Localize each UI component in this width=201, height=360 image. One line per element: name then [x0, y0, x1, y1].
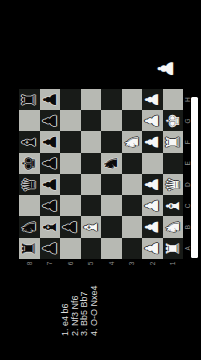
captured-pieces-tray: ♟	[156, 59, 177, 78]
white-pawn: ♟	[143, 134, 161, 150]
white-pawn: ♟	[143, 219, 161, 235]
black-rook: ♜	[20, 92, 38, 108]
square-c7[interactable]: ♟	[40, 195, 61, 216]
square-f6[interactable]	[60, 132, 81, 153]
square-e2[interactable]	[142, 153, 163, 174]
square-g4[interactable]	[101, 110, 122, 131]
square-a3[interactable]	[122, 238, 143, 259]
rank-labels: 87654321	[19, 259, 183, 268]
black-rook: ♜	[20, 240, 38, 256]
square-b6[interactable]: ♟	[60, 217, 81, 238]
square-c8[interactable]	[19, 195, 40, 216]
square-h1[interactable]	[163, 89, 184, 110]
square-a6[interactable]	[60, 238, 81, 259]
square-e8[interactable]: ♚	[19, 153, 40, 174]
black-pawn: ♟	[61, 219, 79, 235]
black-pawn: ♟	[41, 240, 59, 256]
white-pawn: ♟	[143, 177, 161, 193]
square-f1[interactable]: ♜	[163, 132, 184, 153]
square-b4[interactable]	[101, 217, 122, 238]
square-a8[interactable]: ♜	[19, 238, 40, 259]
white-knight: ♞	[164, 219, 182, 235]
square-g7[interactable]: ♟	[40, 110, 61, 131]
square-g8[interactable]	[19, 110, 40, 131]
black-pawn: ♟	[41, 113, 59, 129]
square-a1[interactable]: ♜	[163, 238, 184, 259]
black-king: ♚	[20, 155, 38, 171]
square-a4[interactable]	[101, 238, 122, 259]
rank-label-7: 7	[40, 259, 61, 268]
square-b7[interactable]: ♝	[40, 217, 61, 238]
black-queen: ♛	[20, 177, 38, 193]
rank-label-2: 2	[142, 259, 163, 268]
square-e4[interactable]: ♞	[101, 153, 122, 174]
black-pawn: ♟	[41, 134, 59, 150]
square-c5[interactable]	[81, 195, 102, 216]
square-c4[interactable]	[101, 195, 122, 216]
square-f3[interactable]: ♞	[122, 132, 143, 153]
square-c1[interactable]: ♝	[163, 195, 184, 216]
square-d1[interactable]: ♛	[163, 174, 184, 195]
square-a7[interactable]: ♟	[40, 238, 61, 259]
black-pawn: ♟	[41, 92, 59, 108]
square-f4[interactable]	[101, 132, 122, 153]
square-b5[interactable]: ♝	[81, 217, 102, 238]
square-b2[interactable]: ♟	[142, 217, 163, 238]
black-bishop: ♝	[20, 134, 38, 150]
square-a5[interactable]	[81, 238, 102, 259]
square-c3[interactable]	[122, 195, 143, 216]
square-e7[interactable]: ♟	[40, 153, 61, 174]
rank-label-1: 1	[163, 259, 184, 268]
square-e3[interactable]	[122, 153, 143, 174]
square-d4[interactable]	[101, 174, 122, 195]
square-g6[interactable]	[60, 110, 81, 131]
black-pawn: ♟	[41, 155, 59, 171]
square-h4[interactable]	[101, 89, 122, 110]
square-d2[interactable]: ♟	[142, 174, 163, 195]
square-e5[interactable]	[81, 153, 102, 174]
captured-white-pawn: ♟	[156, 59, 177, 78]
square-a2[interactable]: ♟	[142, 238, 163, 259]
square-h7[interactable]: ♟	[40, 89, 61, 110]
rank-label-6: 6	[60, 259, 81, 268]
square-c6[interactable]	[60, 195, 81, 216]
square-g5[interactable]	[81, 110, 102, 131]
white-pawn: ♟	[143, 198, 161, 214]
white-pawn: ♟	[143, 92, 161, 108]
black-knight: ♞	[20, 219, 38, 235]
white-queen: ♛	[164, 177, 182, 193]
square-d5[interactable]	[81, 174, 102, 195]
white-pawn: ♟	[143, 113, 161, 129]
white-rook: ♜	[164, 134, 182, 150]
square-d3[interactable]	[122, 174, 143, 195]
move-list: 1. e4 b62. Nf3 Nf63. Bb5 Bb74. O-O Nxe4	[61, 285, 99, 336]
black-knight: ♞	[102, 155, 120, 171]
white-knight: ♞	[123, 134, 141, 150]
move-list-line[interactable]: 4. O-O Nxe4	[90, 285, 100, 336]
black-pawn: ♟	[41, 198, 59, 214]
square-g2[interactable]: ♟	[142, 110, 163, 131]
rank-label-5: 5	[81, 259, 102, 268]
square-h2[interactable]: ♟	[142, 89, 163, 110]
rank-label-4: 4	[101, 259, 122, 268]
square-g3[interactable]	[122, 110, 143, 131]
square-c2[interactable]: ♟	[142, 195, 163, 216]
square-f7[interactable]: ♟	[40, 132, 61, 153]
rank-label-3: 3	[122, 259, 143, 268]
square-h6[interactable]	[60, 89, 81, 110]
board: ♜♞♛♚♝♜♟♝♟♟♟♟♟♟♟♝♞♞♟♟♟♟♟♟♟♜♞♝♛♜♚	[19, 89, 183, 259]
square-e1[interactable]	[163, 153, 184, 174]
white-bishop: ♝	[82, 219, 100, 235]
square-h8[interactable]: ♜	[19, 89, 40, 110]
square-d6[interactable]	[60, 174, 81, 195]
square-h5[interactable]	[81, 89, 102, 110]
square-g1[interactable]: ♚	[163, 110, 184, 131]
square-d7[interactable]: ♟	[40, 174, 61, 195]
black-bishop: ♝	[41, 219, 59, 235]
scrollbar[interactable]	[191, 97, 198, 258]
square-f8[interactable]: ♝	[19, 132, 40, 153]
square-b3[interactable]	[122, 217, 143, 238]
square-b1[interactable]: ♞	[163, 217, 184, 238]
app-stage: 1. e4 b62. Nf3 Nf63. Bb5 Bb74. O-O Nxe4 …	[0, 0, 201, 360]
black-pawn: ♟	[41, 177, 59, 193]
white-king: ♚	[164, 113, 182, 129]
white-rook: ♜	[164, 240, 182, 256]
square-b8[interactable]: ♞	[19, 217, 40, 238]
rank-label-8: 8	[19, 259, 40, 268]
square-d8[interactable]: ♛	[19, 174, 40, 195]
square-f2[interactable]: ♟	[142, 132, 163, 153]
white-pawn: ♟	[143, 240, 161, 256]
square-f5[interactable]	[81, 132, 102, 153]
square-e6[interactable]	[60, 153, 81, 174]
square-h3[interactable]	[122, 89, 143, 110]
white-bishop: ♝	[164, 198, 182, 214]
